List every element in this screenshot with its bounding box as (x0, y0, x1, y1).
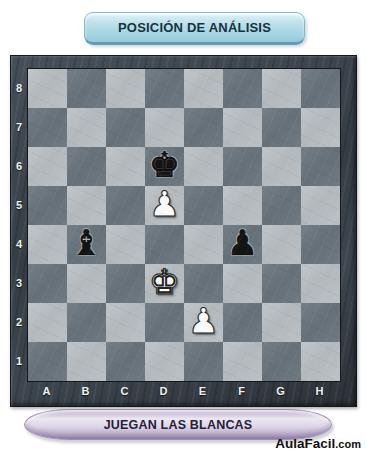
square-f4: ♟ (223, 225, 262, 264)
file-label-b: B (66, 381, 105, 407)
square-c8 (106, 69, 145, 108)
square-a8 (28, 69, 67, 108)
brand-suffix: .com (335, 438, 361, 450)
black-pawn-f4: ♟ (227, 226, 258, 261)
square-d5: ♟ (145, 186, 184, 225)
square-h7 (301, 108, 340, 147)
square-a5 (28, 186, 67, 225)
square-g8 (262, 69, 301, 108)
black-king-d6: ♚ (149, 148, 180, 183)
square-e3 (184, 264, 223, 303)
rank-label-5: 5 (11, 185, 27, 224)
square-b7 (67, 108, 106, 147)
white-king-d3: ♚ (149, 265, 180, 300)
square-f8 (223, 69, 262, 108)
square-c4 (106, 225, 145, 264)
square-d8 (145, 69, 184, 108)
black-bishop-b4: ♝ (71, 226, 102, 261)
square-f2 (223, 303, 262, 342)
file-label-c: C (105, 381, 144, 407)
file-label-f: F (222, 381, 261, 407)
square-f6 (223, 147, 262, 186)
footer-banner-label: JUEGAN LAS BLANCAS (104, 418, 253, 432)
square-c1 (106, 342, 145, 381)
square-b5 (67, 186, 106, 225)
file-label-g: G (261, 381, 300, 407)
square-c7 (106, 108, 145, 147)
square-f3 (223, 264, 262, 303)
square-e6 (184, 147, 223, 186)
rank-label-6: 6 (11, 146, 27, 185)
square-d2 (145, 303, 184, 342)
square-g4 (262, 225, 301, 264)
square-h2 (301, 303, 340, 342)
square-h6 (301, 147, 340, 186)
rank-label-2: 2 (11, 302, 27, 341)
square-d4 (145, 225, 184, 264)
square-e4 (184, 225, 223, 264)
square-e7 (184, 108, 223, 147)
square-f7 (223, 108, 262, 147)
rank-label-8: 8 (11, 68, 27, 107)
square-a3 (28, 264, 67, 303)
rank-label-4: 4 (11, 224, 27, 263)
square-g7 (262, 108, 301, 147)
square-d3: ♚ (145, 264, 184, 303)
square-g2 (262, 303, 301, 342)
square-d7 (145, 108, 184, 147)
rank-label-3: 3 (11, 263, 27, 302)
square-b6 (67, 147, 106, 186)
rank-label-7: 7 (11, 107, 27, 146)
square-a6 (28, 147, 67, 186)
file-labels: ABCDEFGH (27, 381, 339, 407)
square-d1 (145, 342, 184, 381)
header-title: POSICIÓN DE ANÁLISIS (118, 20, 271, 35)
square-h4 (301, 225, 340, 264)
board-grid: ♚♟♝♟♚♟ (27, 68, 341, 382)
analysis-position-diagram: POSICIÓN DE ANÁLISIS 87654321 ♚♟♝♟♚♟ ABC… (0, 0, 366, 450)
square-g6 (262, 147, 301, 186)
square-e1 (184, 342, 223, 381)
square-b3 (67, 264, 106, 303)
file-label-h: H (300, 381, 339, 407)
square-c2 (106, 303, 145, 342)
square-e2: ♟ (184, 303, 223, 342)
square-f1 (223, 342, 262, 381)
square-a1 (28, 342, 67, 381)
square-h5 (301, 186, 340, 225)
file-label-d: D (144, 381, 183, 407)
brand-name: AulaFacil (275, 436, 335, 450)
square-g3 (262, 264, 301, 303)
brand-logo: AulaFacil.com (275, 434, 361, 450)
square-a7 (28, 108, 67, 147)
white-pawn-e2: ♟ (188, 304, 219, 339)
square-g1 (262, 342, 301, 381)
file-label-e: E (183, 381, 222, 407)
square-a4 (28, 225, 67, 264)
square-b2 (67, 303, 106, 342)
square-c5 (106, 186, 145, 225)
square-h8 (301, 69, 340, 108)
square-c3 (106, 264, 145, 303)
chess-board: 87654321 ♚♟♝♟♚♟ ABCDEFGH (10, 55, 357, 407)
square-h3 (301, 264, 340, 303)
square-a2 (28, 303, 67, 342)
square-f5 (223, 186, 262, 225)
rank-label-1: 1 (11, 341, 27, 380)
square-d6: ♚ (145, 147, 184, 186)
rank-labels: 87654321 (11, 68, 27, 380)
square-e5 (184, 186, 223, 225)
file-label-a: A (27, 381, 66, 407)
square-b4: ♝ (67, 225, 106, 264)
square-b1 (67, 342, 106, 381)
square-e8 (184, 69, 223, 108)
header-banner: POSICIÓN DE ANÁLISIS (84, 12, 305, 45)
square-g5 (262, 186, 301, 225)
white-pawn-d5: ♟ (149, 187, 180, 222)
square-b8 (67, 69, 106, 108)
square-h1 (301, 342, 340, 381)
square-c6 (106, 147, 145, 186)
